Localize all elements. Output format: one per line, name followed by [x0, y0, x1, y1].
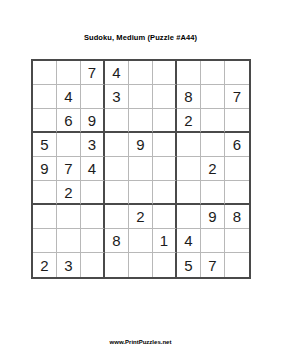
cell-r2c7: 8 — [177, 85, 201, 109]
cell-r2c3 — [81, 85, 105, 109]
cell-r3c7: 2 — [177, 109, 201, 133]
cell-r8c6: 1 — [153, 229, 177, 253]
cell-r6c8 — [201, 181, 225, 205]
cell-r6c5 — [129, 181, 153, 205]
cell-r2c9: 7 — [225, 85, 249, 109]
cell-r3c2: 6 — [57, 109, 81, 133]
cell-r5c9 — [225, 157, 249, 181]
cell-r9c6 — [153, 253, 177, 277]
cell-r1c4: 4 — [105, 61, 129, 85]
cell-r5c7 — [177, 157, 201, 181]
cell-r4c5: 9 — [129, 133, 153, 157]
cell-r1c8 — [201, 61, 225, 85]
cell-r3c8 — [201, 109, 225, 133]
cell-r2c4: 3 — [105, 85, 129, 109]
cell-r2c8 — [201, 85, 225, 109]
cell-r3c9 — [225, 109, 249, 133]
cell-r7c7 — [177, 205, 201, 229]
cell-r2c5 — [129, 85, 153, 109]
cell-r7c4 — [105, 205, 129, 229]
cell-r9c2: 3 — [57, 253, 81, 277]
cell-r6c3 — [81, 181, 105, 205]
cell-r5c5 — [129, 157, 153, 181]
cell-r3c4 — [105, 109, 129, 133]
cell-r6c6 — [153, 181, 177, 205]
cell-r4c3: 3 — [81, 133, 105, 157]
cell-r1c9 — [225, 61, 249, 85]
cell-r9c7: 5 — [177, 253, 201, 277]
cell-r5c3: 4 — [81, 157, 105, 181]
cell-r8c3 — [81, 229, 105, 253]
cell-r6c2: 2 — [57, 181, 81, 205]
cell-r5c6 — [153, 157, 177, 181]
cell-r4c6 — [153, 133, 177, 157]
cell-r6c7 — [177, 181, 201, 205]
cell-r4c2 — [57, 133, 81, 157]
cell-r3c6 — [153, 109, 177, 133]
cell-r8c9 — [225, 229, 249, 253]
cell-r1c1 — [33, 61, 57, 85]
cell-r5c2: 7 — [57, 157, 81, 181]
cell-r1c7 — [177, 61, 201, 85]
cell-r6c1 — [33, 181, 57, 205]
cell-r7c8: 9 — [201, 205, 225, 229]
cell-r7c3 — [81, 205, 105, 229]
cell-r8c2 — [57, 229, 81, 253]
cell-r9c9 — [225, 253, 249, 277]
cell-r1c6 — [153, 61, 177, 85]
cell-r3c3: 9 — [81, 109, 105, 133]
cell-r5c4 — [105, 157, 129, 181]
sudoku-grid: 7443876925396974222988142357 — [31, 59, 251, 279]
cell-r7c1 — [33, 205, 57, 229]
cell-r9c5 — [129, 253, 153, 277]
cell-r9c3 — [81, 253, 105, 277]
cell-r4c8 — [201, 133, 225, 157]
cell-r7c6 — [153, 205, 177, 229]
cell-r5c1: 9 — [33, 157, 57, 181]
footer-site-url: www.PrintPuzzles.net — [0, 339, 281, 345]
cell-r1c5 — [129, 61, 153, 85]
cell-r3c5 — [129, 109, 153, 133]
cell-r1c2 — [57, 61, 81, 85]
cell-r2c2: 4 — [57, 85, 81, 109]
cell-r4c4 — [105, 133, 129, 157]
cell-r6c4 — [105, 181, 129, 205]
cell-r8c5 — [129, 229, 153, 253]
cell-r8c8 — [201, 229, 225, 253]
cell-r7c5: 2 — [129, 205, 153, 229]
cell-r9c1: 2 — [33, 253, 57, 277]
cell-r7c2 — [57, 205, 81, 229]
cell-r9c8: 7 — [201, 253, 225, 277]
cell-r4c9: 6 — [225, 133, 249, 157]
cell-r8c4: 8 — [105, 229, 129, 253]
cell-r8c7: 4 — [177, 229, 201, 253]
cell-r1c3: 7 — [81, 61, 105, 85]
cell-r4c1: 5 — [33, 133, 57, 157]
cell-r4c7 — [177, 133, 201, 157]
cell-r2c1 — [33, 85, 57, 109]
cell-r6c9 — [225, 181, 249, 205]
cell-r5c8: 2 — [201, 157, 225, 181]
cell-r2c6 — [153, 85, 177, 109]
cell-r9c4 — [105, 253, 129, 277]
cell-r8c1 — [33, 229, 57, 253]
cell-r7c9: 8 — [225, 205, 249, 229]
cell-r3c1 — [33, 109, 57, 133]
page-title: Sudoku, Medium (Puzzle #A44) — [0, 33, 281, 42]
